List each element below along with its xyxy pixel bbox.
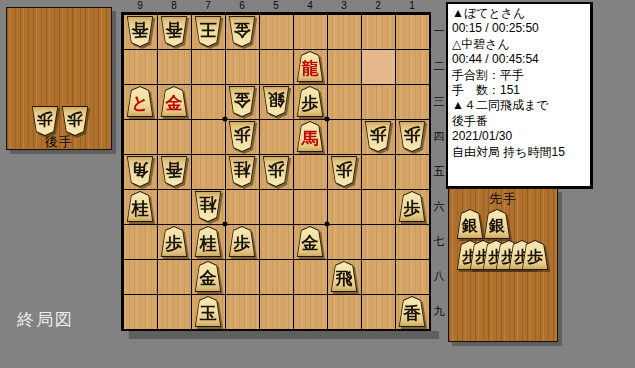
file-label-1: 1 <box>395 0 429 12</box>
sente-hand-銀-2[interactable]: 銀 <box>483 209 511 239</box>
rank-label-2: 二 <box>432 49 446 84</box>
file-label-9: 9 <box>123 0 157 12</box>
rank-label-4: 四 <box>432 119 446 154</box>
rank-label-1: 一 <box>432 14 446 49</box>
rank-label-3: 三 <box>432 84 446 119</box>
rank-label-5: 五 <box>432 154 446 189</box>
piece-P-16[interactable]: 歩 <box>398 191 426 222</box>
gote-hand-歩-2[interactable]: 歩 <box>61 106 89 136</box>
sente-tray-label: 先手 <box>449 190 557 208</box>
piece-K-79[interactable]: 玉 <box>194 296 222 327</box>
final-position-caption: 終局図 <box>17 308 74 331</box>
piece-K-71[interactable]: 王 <box>194 16 222 47</box>
info-line-5: 手合割：平手 <box>452 68 590 83</box>
piece-P-67[interactable]: 歩 <box>228 226 256 257</box>
piece-L-19[interactable]: 香 <box>398 296 426 327</box>
gote-hand-歩-1[interactable]: 歩 <box>31 106 59 136</box>
file-label-4: 4 <box>293 0 327 12</box>
piece-G-47[interactable]: 金 <box>296 226 324 257</box>
game-info-panel: ▲ぼてとさん00:15 / 00:25:50△中碧さん00:44 / 00:45… <box>446 2 593 189</box>
info-line-4: 00:44 / 00:45:54 <box>452 52 590 67</box>
piece-G-78[interactable]: 金 <box>194 261 222 292</box>
piece-N-76[interactable]: 桂 <box>194 191 222 222</box>
gote-tray-label: 後手 <box>7 133 111 151</box>
last-move-origin-highlight <box>361 49 395 84</box>
file-label-7: 7 <box>191 0 225 12</box>
piece-B-95[interactable]: 角 <box>126 156 154 187</box>
piece-N-77[interactable]: 桂 <box>194 226 222 257</box>
piece-P-87[interactable]: 歩 <box>160 226 188 257</box>
piece-P-14[interactable]: 歩 <box>398 121 426 152</box>
rank-label-9: 九 <box>432 294 446 329</box>
piece-R-38[interactable]: 飛 <box>330 261 358 292</box>
info-line-10: 自由対局 持ち時間15 <box>452 145 590 160</box>
star-point <box>325 117 330 122</box>
gote-hand-tray: 後手 歩歩 <box>6 7 112 150</box>
piece-P-24[interactable]: 歩 <box>364 121 392 152</box>
file-label-6: 6 <box>225 0 259 12</box>
piece-S-53[interactable]: 銀 <box>262 86 290 117</box>
board-grid[interactable]: 香香王金龍と金金銀歩歩馬歩歩角香桂歩歩桂桂歩歩桂歩金金飛玉香 <box>121 12 431 331</box>
info-line-6: 手 数：151 <box>452 83 590 98</box>
rank-label-8: 八 <box>432 259 446 294</box>
board-shadow <box>129 331 439 339</box>
piece-L-85[interactable]: 香 <box>160 156 188 187</box>
sente-hand-銀-1[interactable]: 銀 <box>456 209 484 239</box>
piece-+P-93[interactable]: と <box>126 86 154 117</box>
piece-N-96[interactable]: 桂 <box>126 191 154 222</box>
piece-L-81[interactable]: 香 <box>160 16 188 47</box>
sente-hand-tray: 先手 銀銀歩歩歩歩歩歩 <box>448 188 558 342</box>
info-line-7: ▲４二同飛成まで <box>452 98 590 113</box>
piece-P-55[interactable]: 歩 <box>262 156 290 187</box>
piece-G-63[interactable]: 金 <box>228 86 256 117</box>
info-line-3: △中碧さん <box>452 37 590 52</box>
piece-L-91[interactable]: 香 <box>126 16 154 47</box>
file-label-2: 2 <box>361 0 395 12</box>
piece-+S-83[interactable]: 金 <box>160 86 188 117</box>
info-line-1: ▲ぼてとさん <box>452 6 590 21</box>
file-label-5: 5 <box>259 0 293 12</box>
star-point <box>325 222 330 227</box>
piece-+R-42[interactable]: 龍 <box>296 51 324 82</box>
piece-G-61[interactable]: 金 <box>228 16 256 47</box>
piece-P-64[interactable]: 歩 <box>228 121 256 152</box>
piece-+B-44[interactable]: 馬 <box>296 121 324 152</box>
info-line-9: 2021/01/30 <box>452 129 590 144</box>
piece-P-35[interactable]: 歩 <box>330 156 358 187</box>
star-point <box>223 222 228 227</box>
piece-N-65[interactable]: 桂 <box>228 156 256 187</box>
info-line-2: 00:15 / 00:25:50 <box>452 21 590 36</box>
rank-label-7: 七 <box>432 224 446 259</box>
file-label-8: 8 <box>157 0 191 12</box>
piece-P-43[interactable]: 歩 <box>296 86 324 117</box>
file-label-3: 3 <box>327 0 361 12</box>
sente-hand-歩-6[interactable]: 歩 <box>521 240 549 270</box>
info-line-8: 後手番 <box>452 114 590 129</box>
star-point <box>223 117 228 122</box>
rank-label-6: 六 <box>432 189 446 224</box>
